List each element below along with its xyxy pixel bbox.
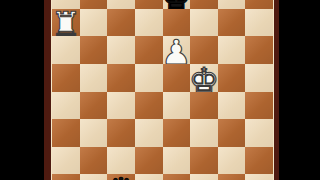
square-a4 (52, 92, 80, 120)
square-g3 (218, 119, 246, 147)
square-g8 (218, 0, 246, 9)
square-e2 (163, 147, 191, 175)
square-f4 (190, 92, 218, 120)
square-e1 (163, 174, 191, 180)
square-f8 (190, 0, 218, 9)
square-f1 (190, 174, 218, 180)
square-g6 (218, 36, 246, 64)
square-b4 (80, 92, 108, 120)
square-g5 (218, 64, 246, 92)
square-h6 (245, 36, 273, 64)
square-a5 (52, 64, 80, 92)
piece-black-queen: ♛ (107, 176, 135, 180)
square-b3 (80, 119, 108, 147)
square-e8: ♚ (163, 0, 191, 9)
square-c4 (107, 92, 135, 120)
square-a1 (52, 174, 80, 180)
square-a7: ♜ (52, 9, 80, 37)
square-b2 (80, 147, 108, 175)
square-f3 (190, 119, 218, 147)
square-e5 (163, 64, 191, 92)
square-e4 (163, 92, 191, 120)
square-h8 (245, 0, 273, 9)
square-d7 (135, 9, 163, 37)
square-c6 (107, 36, 135, 64)
square-g2 (218, 147, 246, 175)
piece-white-pawn: ♟ (163, 38, 191, 66)
square-h5 (245, 64, 273, 92)
square-d8 (135, 0, 163, 9)
square-d4 (135, 92, 163, 120)
piece-white-king: ♚ (190, 66, 218, 94)
square-h3 (245, 119, 273, 147)
square-f5: ♚ (190, 64, 218, 92)
square-d5 (135, 64, 163, 92)
square-h4 (245, 92, 273, 120)
square-e3 (163, 119, 191, 147)
square-g1 (218, 174, 246, 180)
square-e6: ♟ (163, 36, 191, 64)
square-h2 (245, 147, 273, 175)
square-b8 (80, 0, 108, 9)
square-g4 (218, 92, 246, 120)
square-h1 (245, 174, 273, 180)
board-viewport: ♚♜♟♚♛ (51, 0, 274, 180)
square-b7 (80, 9, 108, 37)
square-d2 (135, 147, 163, 175)
square-a2 (52, 147, 80, 175)
square-f7 (190, 9, 218, 37)
square-c5 (107, 64, 135, 92)
video-frame: ♚♜♟♚♛ (0, 0, 320, 180)
square-d3 (135, 119, 163, 147)
square-a6 (52, 36, 80, 64)
square-c8 (107, 0, 135, 9)
square-c7 (107, 9, 135, 37)
square-b1 (80, 174, 108, 180)
square-d1 (135, 174, 163, 180)
chess-board: ♚♜♟♚♛ (52, 0, 273, 180)
square-a3 (52, 119, 80, 147)
square-h7 (245, 9, 273, 37)
square-f2 (190, 147, 218, 175)
square-b5 (80, 64, 108, 92)
square-g7 (218, 9, 246, 37)
square-d6 (135, 36, 163, 64)
square-c3 (107, 119, 135, 147)
piece-white-rook: ♜ (52, 11, 80, 39)
square-b6 (80, 36, 108, 64)
square-c1: ♛ (107, 174, 135, 180)
